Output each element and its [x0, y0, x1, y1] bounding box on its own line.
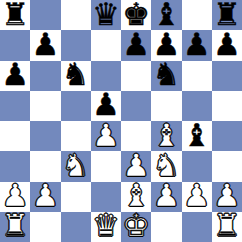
square-h2[interactable]: ♟: [212, 182, 242, 212]
square-h4[interactable]: [212, 121, 242, 151]
square-f6[interactable]: ♞: [151, 61, 181, 91]
square-h8[interactable]: ♜: [212, 0, 242, 30]
square-g1[interactable]: [182, 212, 212, 242]
chess-board: ♜♛♚♝♜♟♟♟♟♟♟♞♞♟♟♝♝♞♟♞♟♟♝♟♟♟♜♛♚♜: [0, 0, 242, 242]
white-pawn[interactable]: ♟: [1, 182, 29, 212]
black-bishop[interactable]: ♝: [183, 121, 211, 151]
square-d5[interactable]: ♟: [91, 91, 121, 121]
square-g5[interactable]: [182, 91, 212, 121]
square-c8[interactable]: [61, 0, 91, 30]
square-b3[interactable]: [30, 151, 60, 181]
square-b7[interactable]: ♟: [30, 30, 60, 60]
black-bishop[interactable]: ♝: [152, 0, 180, 30]
white-rook[interactable]: ♜: [213, 212, 241, 242]
square-b5[interactable]: [30, 91, 60, 121]
square-a5[interactable]: [0, 91, 30, 121]
square-e3[interactable]: ♟: [121, 151, 151, 181]
square-c2[interactable]: [61, 182, 91, 212]
black-pawn[interactable]: ♟: [183, 30, 211, 60]
white-rook[interactable]: ♜: [1, 212, 29, 242]
square-c4[interactable]: [61, 121, 91, 151]
square-a4[interactable]: [0, 121, 30, 151]
square-g4[interactable]: ♝: [182, 121, 212, 151]
square-d4[interactable]: ♟: [91, 121, 121, 151]
black-knight[interactable]: ♞: [62, 61, 90, 91]
white-queen[interactable]: ♛: [92, 212, 120, 242]
square-d3[interactable]: [91, 151, 121, 181]
black-pawn[interactable]: ♟: [213, 30, 241, 60]
square-d6[interactable]: [91, 61, 121, 91]
black-queen[interactable]: ♛: [92, 0, 120, 30]
square-a7[interactable]: [0, 30, 30, 60]
square-f3[interactable]: ♞: [151, 151, 181, 181]
white-knight[interactable]: ♞: [62, 151, 90, 181]
square-b6[interactable]: [30, 61, 60, 91]
black-pawn[interactable]: ♟: [122, 30, 150, 60]
square-h1[interactable]: ♜: [212, 212, 242, 242]
square-g7[interactable]: ♟: [182, 30, 212, 60]
square-g3[interactable]: [182, 151, 212, 181]
square-h5[interactable]: [212, 91, 242, 121]
black-pawn[interactable]: ♟: [92, 91, 120, 121]
square-g6[interactable]: [182, 61, 212, 91]
square-a3[interactable]: [0, 151, 30, 181]
black-pawn[interactable]: ♟: [152, 30, 180, 60]
white-pawn[interactable]: ♟: [213, 182, 241, 212]
white-pawn[interactable]: ♟: [122, 151, 150, 181]
black-knight[interactable]: ♞: [152, 61, 180, 91]
square-e6[interactable]: [121, 61, 151, 91]
white-king[interactable]: ♚: [122, 212, 150, 242]
white-pawn[interactable]: ♟: [152, 182, 180, 212]
square-c5[interactable]: [61, 91, 91, 121]
square-g2[interactable]: ♟: [182, 182, 212, 212]
square-a6[interactable]: ♟: [0, 61, 30, 91]
black-king[interactable]: ♚: [122, 0, 150, 30]
white-pawn[interactable]: ♟: [92, 121, 120, 151]
square-b2[interactable]: ♟: [30, 182, 60, 212]
white-bishop[interactable]: ♝: [122, 182, 150, 212]
square-b1[interactable]: [30, 212, 60, 242]
square-d7[interactable]: [91, 30, 121, 60]
square-d2[interactable]: [91, 182, 121, 212]
square-f7[interactable]: ♟: [151, 30, 181, 60]
square-h6[interactable]: [212, 61, 242, 91]
white-pawn[interactable]: ♟: [31, 182, 59, 212]
square-c1[interactable]: [61, 212, 91, 242]
square-f4[interactable]: ♝: [151, 121, 181, 151]
square-h7[interactable]: ♟: [212, 30, 242, 60]
black-pawn[interactable]: ♟: [1, 61, 29, 91]
square-e5[interactable]: [121, 91, 151, 121]
white-pawn[interactable]: ♟: [183, 182, 211, 212]
black-rook[interactable]: ♜: [1, 0, 29, 30]
square-a2[interactable]: ♟: [0, 182, 30, 212]
square-h3[interactable]: [212, 151, 242, 181]
square-f1[interactable]: [151, 212, 181, 242]
square-a1[interactable]: ♜: [0, 212, 30, 242]
square-f5[interactable]: [151, 91, 181, 121]
square-e8[interactable]: ♚: [121, 0, 151, 30]
white-bishop[interactable]: ♝: [152, 121, 180, 151]
square-b4[interactable]: [30, 121, 60, 151]
black-pawn[interactable]: ♟: [31, 30, 59, 60]
square-e7[interactable]: ♟: [121, 30, 151, 60]
square-f8[interactable]: ♝: [151, 0, 181, 30]
square-e1[interactable]: ♚: [121, 212, 151, 242]
square-g8[interactable]: [182, 0, 212, 30]
square-c6[interactable]: ♞: [61, 61, 91, 91]
square-d8[interactable]: ♛: [91, 0, 121, 30]
square-c3[interactable]: ♞: [61, 151, 91, 181]
square-e4[interactable]: [121, 121, 151, 151]
white-knight[interactable]: ♞: [152, 151, 180, 181]
square-a8[interactable]: ♜: [0, 0, 30, 30]
square-b8[interactable]: [30, 0, 60, 30]
square-d1[interactable]: ♛: [91, 212, 121, 242]
square-f2[interactable]: ♟: [151, 182, 181, 212]
black-rook[interactable]: ♜: [213, 0, 241, 30]
square-c7[interactable]: [61, 30, 91, 60]
square-e2[interactable]: ♝: [121, 182, 151, 212]
